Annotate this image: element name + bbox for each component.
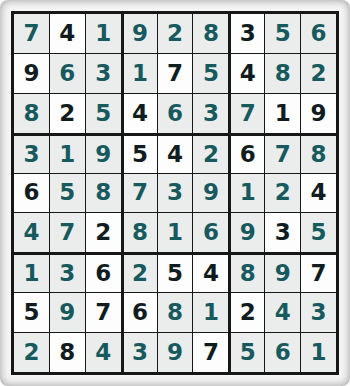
cell-r8c7[interactable]: 2: [229, 293, 264, 332]
cell-r6c6[interactable]: 6: [193, 213, 228, 252]
cell-r1c9[interactable]: 6: [301, 14, 336, 53]
cell-r4c3[interactable]: 9: [86, 134, 121, 173]
cell-r6c4[interactable]: 8: [122, 213, 157, 252]
cell-r8c3[interactable]: 7: [86, 293, 121, 332]
cell-r1c7[interactable]: 3: [229, 14, 264, 53]
cell-r3c8[interactable]: 1: [265, 94, 300, 133]
cell-r1c2[interactable]: 4: [50, 14, 85, 53]
cell-r5c7[interactable]: 1: [229, 174, 264, 213]
cell-r9c5[interactable]: 9: [158, 333, 193, 372]
cell-r5c9[interactable]: 4: [301, 174, 336, 213]
cell-r3c7[interactable]: 7: [229, 94, 264, 133]
cell-r4c6[interactable]: 2: [193, 134, 228, 173]
cell-r7c6[interactable]: 4: [193, 253, 228, 292]
cell-r6c9[interactable]: 5: [301, 213, 336, 252]
cell-r7c5[interactable]: 5: [158, 253, 193, 292]
cell-r5c1[interactable]: 6: [14, 174, 49, 213]
sudoku-board: 7419283569631754828254637193195426786587…: [11, 11, 339, 375]
cell-r9c6[interactable]: 7: [193, 333, 228, 372]
cell-r9c1[interactable]: 2: [14, 333, 49, 372]
cell-r3c3[interactable]: 5: [86, 94, 121, 133]
page-card: 7419283569631754828254637193195426786587…: [0, 0, 350, 386]
cell-r2c7[interactable]: 4: [229, 54, 264, 93]
cell-r4c1[interactable]: 3: [14, 134, 49, 173]
cell-r9c2[interactable]: 8: [50, 333, 85, 372]
cell-r8c2[interactable]: 9: [50, 293, 85, 332]
cell-r7c1[interactable]: 1: [14, 253, 49, 292]
cell-r3c4[interactable]: 4: [122, 94, 157, 133]
cell-r3c5[interactable]: 6: [158, 94, 193, 133]
cell-r8c8[interactable]: 4: [265, 293, 300, 332]
cell-r6c7[interactable]: 9: [229, 213, 264, 252]
cell-r8c6[interactable]: 1: [193, 293, 228, 332]
cell-r4c4[interactable]: 5: [122, 134, 157, 173]
cell-r9c4[interactable]: 3: [122, 333, 157, 372]
cell-r2c5[interactable]: 7: [158, 54, 193, 93]
cell-r4c7[interactable]: 6: [229, 134, 264, 173]
cell-r7c3[interactable]: 6: [86, 253, 121, 292]
cell-r6c1[interactable]: 4: [14, 213, 49, 252]
cell-r9c3[interactable]: 4: [86, 333, 121, 372]
cell-r6c3[interactable]: 2: [86, 213, 121, 252]
cell-r7c8[interactable]: 9: [265, 253, 300, 292]
cell-r2c6[interactable]: 5: [193, 54, 228, 93]
cell-r7c4[interactable]: 2: [122, 253, 157, 292]
cell-r2c3[interactable]: 3: [86, 54, 121, 93]
cell-r1c1[interactable]: 7: [14, 14, 49, 53]
cell-r1c5[interactable]: 2: [158, 14, 193, 53]
cell-r8c4[interactable]: 6: [122, 293, 157, 332]
cell-r1c8[interactable]: 5: [265, 14, 300, 53]
cell-r7c2[interactable]: 3: [50, 253, 85, 292]
cell-r8c1[interactable]: 5: [14, 293, 49, 332]
cell-r1c4[interactable]: 9: [122, 14, 157, 53]
cell-r7c7[interactable]: 8: [229, 253, 264, 292]
cell-r5c8[interactable]: 2: [265, 174, 300, 213]
cell-r5c3[interactable]: 8: [86, 174, 121, 213]
cell-r5c4[interactable]: 7: [122, 174, 157, 213]
cell-r2c8[interactable]: 8: [265, 54, 300, 93]
cell-r9c7[interactable]: 5: [229, 333, 264, 372]
cell-r6c5[interactable]: 1: [158, 213, 193, 252]
cell-r7c9[interactable]: 7: [301, 253, 336, 292]
cell-r4c5[interactable]: 4: [158, 134, 193, 173]
cell-r3c1[interactable]: 8: [14, 94, 49, 133]
cell-r3c9[interactable]: 9: [301, 94, 336, 133]
cell-r8c9[interactable]: 3: [301, 293, 336, 332]
cell-r5c2[interactable]: 5: [50, 174, 85, 213]
cell-r5c5[interactable]: 3: [158, 174, 193, 213]
cell-r4c8[interactable]: 7: [265, 134, 300, 173]
cell-r6c2[interactable]: 7: [50, 213, 85, 252]
cell-r4c9[interactable]: 8: [301, 134, 336, 173]
cell-r2c1[interactable]: 9: [14, 54, 49, 93]
cell-r5c6[interactable]: 9: [193, 174, 228, 213]
cell-r1c6[interactable]: 8: [193, 14, 228, 53]
cell-r1c3[interactable]: 1: [86, 14, 121, 53]
cell-r9c8[interactable]: 6: [265, 333, 300, 372]
cell-r3c6[interactable]: 3: [193, 94, 228, 133]
cell-r2c9[interactable]: 2: [301, 54, 336, 93]
cell-r9c9[interactable]: 1: [301, 333, 336, 372]
cell-r2c4[interactable]: 1: [122, 54, 157, 93]
cell-r8c5[interactable]: 8: [158, 293, 193, 332]
cell-r4c2[interactable]: 1: [50, 134, 85, 173]
cell-r2c2[interactable]: 6: [50, 54, 85, 93]
cell-r3c2[interactable]: 2: [50, 94, 85, 133]
cell-r6c8[interactable]: 3: [265, 213, 300, 252]
